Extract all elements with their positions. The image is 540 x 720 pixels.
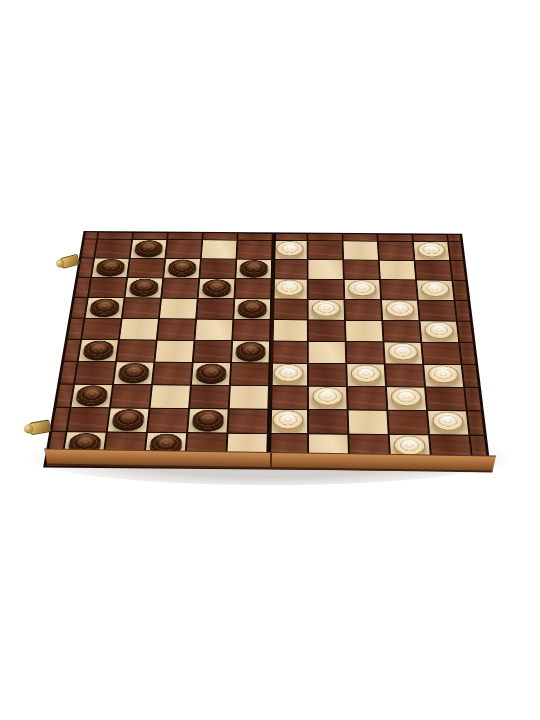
dark-piece[interactable] — [82, 340, 114, 357]
light-piece[interactable] — [417, 242, 446, 257]
square-r7c5[interactable] — [231, 363, 269, 385]
frame-cell — [468, 411, 484, 434]
square-r8c1[interactable] — [71, 385, 112, 408]
dark-piece[interactable] — [95, 259, 125, 274]
light-piece[interactable] — [431, 412, 464, 431]
light-piece[interactable] — [427, 365, 459, 383]
frame-cell — [52, 408, 69, 431]
side-edge-seam — [270, 453, 272, 467]
square-r6c3[interactable] — [155, 341, 193, 362]
square-r7c6[interactable] — [270, 364, 307, 386]
square-r4c1[interactable] — [86, 298, 124, 318]
square-r2c9[interactable] — [380, 261, 416, 280]
square-r5c6[interactable] — [271, 320, 307, 341]
square-r6c2[interactable] — [117, 340, 156, 361]
frame-cell — [343, 234, 377, 240]
light-piece[interactable] — [273, 364, 304, 382]
square-r5c7[interactable] — [309, 320, 345, 341]
square-r9c8[interactable] — [349, 410, 388, 433]
draughts-board — [43, 231, 491, 471]
board-perspective-wrapper — [42, 113, 498, 569]
square-r1c7[interactable] — [308, 241, 342, 259]
square-r4c8[interactable] — [345, 300, 381, 320]
square-r3c10[interactable] — [417, 280, 454, 299]
square-r9c3[interactable] — [148, 409, 188, 432]
light-piece[interactable] — [276, 241, 304, 256]
square-r2c8[interactable] — [344, 260, 379, 279]
square-r1c5[interactable] — [237, 241, 271, 259]
square-r8c4[interactable] — [190, 386, 229, 409]
square-r1c4[interactable] — [202, 240, 237, 258]
product-photo — [0, 0, 540, 720]
square-r7c7[interactable] — [309, 364, 346, 386]
square-r3c4[interactable] — [199, 279, 235, 298]
light-piece[interactable] — [350, 365, 381, 383]
dark-piece[interactable] — [75, 385, 108, 404]
square-r9c7[interactable] — [309, 410, 347, 433]
square-r3c6[interactable] — [272, 279, 307, 298]
frame-cell — [458, 322, 473, 342]
dark-piece[interactable] — [129, 279, 159, 295]
dark-piece[interactable] — [239, 260, 268, 276]
square-r5c1[interactable] — [82, 319, 121, 340]
square-r6c1[interactable] — [79, 340, 118, 361]
frame-cell — [308, 234, 341, 240]
square-r9c1[interactable] — [68, 408, 109, 431]
square-r1c3[interactable] — [166, 240, 201, 258]
square-r5c9[interactable] — [383, 321, 420, 342]
square-r5c10[interactable] — [420, 321, 458, 342]
square-r4c4[interactable] — [197, 299, 233, 319]
square-r7c3[interactable] — [153, 363, 192, 385]
square-r4c5[interactable] — [234, 299, 270, 319]
square-r8c9[interactable] — [387, 387, 426, 410]
square-r6c8[interactable] — [347, 342, 384, 363]
light-piece[interactable] — [275, 280, 304, 296]
square-r8c7[interactable] — [309, 387, 347, 410]
frame-cell — [465, 388, 481, 411]
square-r6c9[interactable] — [384, 342, 422, 363]
square-r9c4[interactable] — [188, 409, 228, 432]
frame-cell — [168, 233, 202, 239]
square-r8c6[interactable] — [269, 386, 307, 409]
square-r4c9[interactable] — [382, 300, 419, 320]
square-r1c10[interactable] — [414, 242, 449, 260]
square-r5c4[interactable] — [195, 320, 232, 341]
dark-piece[interactable] — [167, 259, 197, 274]
frame-cell — [448, 235, 460, 241]
light-piece[interactable] — [385, 301, 415, 317]
square-r9c5[interactable] — [228, 409, 267, 432]
frame-cell — [460, 343, 475, 364]
square-r1c6[interactable] — [273, 241, 307, 259]
square-r6c7[interactable] — [309, 342, 346, 363]
frame-cell — [64, 340, 80, 361]
frame-cell — [68, 319, 84, 339]
square-r6c10[interactable] — [422, 343, 460, 364]
dark-piece[interactable] — [237, 300, 267, 316]
square-r1c8[interactable] — [343, 241, 377, 259]
dark-piece[interactable] — [118, 363, 150, 381]
dark-piece[interactable] — [112, 409, 146, 428]
dark-piece[interactable] — [192, 410, 225, 429]
frame-cell — [60, 362, 76, 384]
square-r8c5[interactable] — [230, 386, 268, 409]
light-piece[interactable] — [272, 410, 304, 429]
square-r7c1[interactable] — [75, 362, 115, 384]
square-r2c7[interactable] — [308, 260, 342, 279]
dark-piece[interactable] — [202, 279, 232, 295]
dark-piece[interactable] — [134, 240, 163, 255]
frame-cell — [56, 385, 73, 407]
square-r1c2[interactable] — [131, 240, 167, 258]
square-r2c6[interactable] — [272, 260, 306, 279]
frame-cell — [82, 239, 97, 257]
square-r1c9[interactable] — [379, 242, 414, 260]
dark-piece[interactable] — [235, 342, 266, 360]
square-r9c6[interactable] — [269, 410, 307, 433]
square-r6c6[interactable] — [270, 342, 307, 363]
frame-cell — [273, 234, 306, 240]
frame-cell — [98, 232, 132, 238]
square-r9c2[interactable] — [108, 408, 149, 431]
light-piece[interactable] — [390, 388, 422, 407]
frame-cell — [71, 298, 87, 318]
frame-cell — [203, 233, 237, 239]
frame-cell — [378, 235, 412, 241]
frame-cell — [455, 301, 470, 321]
frame-cell — [133, 233, 167, 239]
square-r2c5[interactable] — [236, 260, 271, 279]
square-r3c5[interactable] — [235, 279, 270, 298]
square-r4c10[interactable] — [419, 301, 456, 321]
light-piece[interactable] — [424, 322, 455, 339]
square-r2c3[interactable] — [164, 259, 200, 278]
light-piece[interactable] — [388, 343, 419, 361]
square-r5c5[interactable] — [233, 320, 269, 341]
square-r6c4[interactable] — [194, 341, 232, 362]
frame-cell — [75, 278, 90, 297]
dark-piece[interactable] — [195, 363, 227, 381]
frame-cell — [413, 235, 447, 241]
square-r2c2[interactable] — [128, 259, 164, 278]
square-r7c10[interactable] — [424, 365, 463, 387]
frame-cell — [238, 234, 272, 240]
square-r4c6[interactable] — [271, 299, 306, 319]
square-r7c8[interactable] — [347, 364, 385, 386]
square-r2c10[interactable] — [415, 261, 451, 280]
square-r3c9[interactable] — [381, 280, 417, 299]
square-r8c3[interactable] — [151, 385, 190, 408]
square-r6c5[interactable] — [232, 341, 269, 362]
frame-cell — [78, 258, 93, 277]
frame-cell — [463, 365, 478, 387]
square-r3c7[interactable] — [309, 280, 344, 299]
frame-cell — [451, 261, 465, 280]
square-r3c3[interactable] — [162, 278, 198, 297]
square-r5c3[interactable] — [158, 319, 196, 340]
square-r5c2[interactable] — [120, 319, 158, 340]
square-r8c2[interactable] — [111, 385, 151, 408]
square-r3c2[interactable] — [125, 278, 162, 297]
frame-cell — [85, 232, 98, 238]
square-r8c10[interactable] — [426, 388, 466, 411]
light-piece[interactable] — [312, 387, 343, 406]
square-r9c9[interactable] — [388, 411, 428, 434]
light-piece[interactable] — [420, 281, 450, 297]
square-r7c4[interactable] — [192, 363, 230, 385]
square-r2c1[interactable] — [92, 258, 129, 277]
square-r3c8[interactable] — [345, 280, 381, 299]
frame-cell — [453, 281, 467, 300]
square-r9c10[interactable] — [428, 411, 468, 434]
dark-piece[interactable] — [89, 298, 120, 314]
square-r7c9[interactable] — [386, 364, 424, 386]
square-r1c1[interactable] — [95, 240, 131, 258]
light-piece[interactable] — [312, 300, 341, 316]
square-r8c8[interactable] — [348, 387, 386, 410]
frame-cell — [449, 242, 463, 260]
square-r3c1[interactable] — [89, 278, 126, 297]
square-r4c2[interactable] — [123, 298, 160, 318]
light-piece[interactable] — [393, 436, 426, 456]
square-r5c8[interactable] — [346, 321, 383, 342]
square-r4c3[interactable] — [160, 299, 197, 319]
square-r4c7[interactable] — [309, 300, 345, 320]
square-r2c4[interactable] — [200, 259, 235, 278]
square-r7c2[interactable] — [114, 362, 153, 384]
light-piece[interactable] — [348, 280, 377, 296]
